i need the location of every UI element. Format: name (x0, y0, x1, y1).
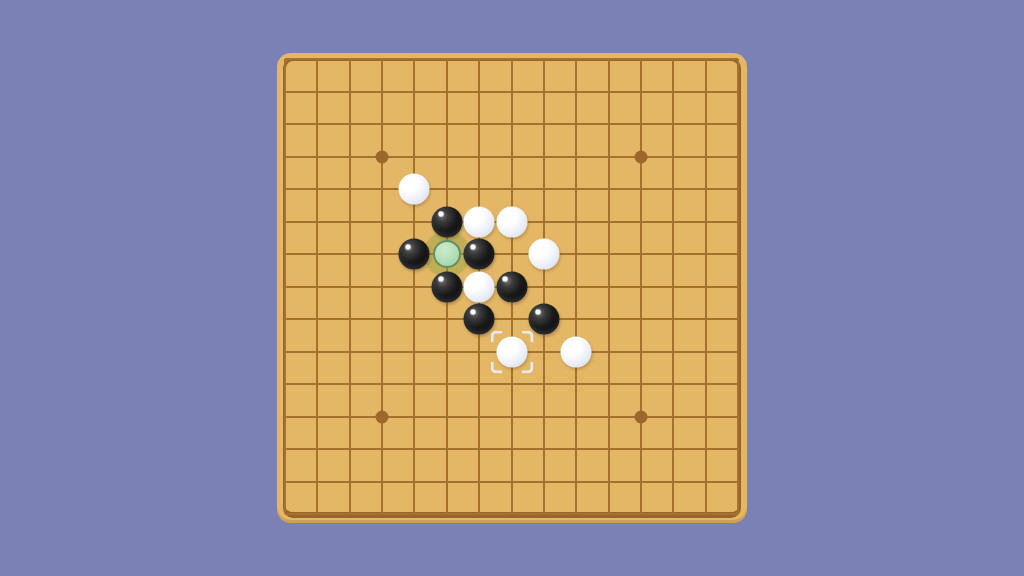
white-stone (464, 206, 495, 237)
black-stone (399, 239, 430, 270)
white-stone (464, 271, 495, 302)
last-move-marker-corner (490, 361, 502, 373)
last-move-marker-corner (521, 330, 533, 342)
last-move-marker-corner (490, 330, 502, 342)
stones-layer (277, 53, 747, 523)
last-move-marker-corner (521, 361, 533, 373)
last-move-marker (490, 330, 533, 373)
hint-move-indicator[interactable] (433, 240, 461, 268)
app-background (0, 0, 1024, 576)
white-stone (496, 206, 527, 237)
black-stone (431, 206, 462, 237)
black-stone (431, 271, 462, 302)
black-stone (464, 239, 495, 270)
white-stone (399, 174, 430, 205)
black-stone (496, 271, 527, 302)
white-stone (561, 336, 592, 367)
white-stone (528, 239, 559, 270)
gomoku-board[interactable] (277, 53, 747, 523)
